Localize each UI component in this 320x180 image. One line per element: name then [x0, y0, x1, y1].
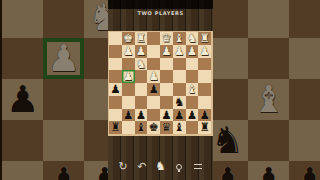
square-a5[interactable]: [198, 83, 211, 96]
chess-board[interactable]: ♚♜♛♝♞♜♟♟♟♟♟♟♞♟♟♟♟♝♞♟♟♟♟♟♟♜♝♚♛♝♜: [108, 31, 213, 136]
white-bishop: ♝: [174, 32, 184, 45]
square-h8[interactable]: ♜: [109, 121, 122, 134]
white-king: ♚: [123, 32, 133, 45]
square-c3[interactable]: [173, 58, 186, 71]
black-rook: ♜: [199, 121, 209, 134]
white-pawn: ♟: [136, 45, 146, 58]
square-e5[interactable]: ♟: [147, 83, 160, 96]
square-g4[interactable]: ♟: [122, 70, 135, 83]
white-pawn: ♟: [174, 45, 184, 58]
square-a2[interactable]: ♟: [198, 45, 211, 58]
square-f1[interactable]: ♜: [135, 32, 148, 45]
page-title: TWO PLAYERS: [137, 10, 183, 16]
phone-screen: TWO PLAYERS ♚♜♛♝♞♜♟♟♟♟♟♟♞♟♟♟♟♝♞♟♟♟♟♟♟♜♝♚…: [108, 0, 213, 180]
white-knight: ♞: [136, 58, 146, 71]
square-g5[interactable]: [122, 83, 135, 96]
square-c8[interactable]: ♝: [173, 121, 186, 134]
restart-button[interactable]: ↻: [116, 159, 130, 174]
restart-icon: ↻: [118, 159, 127, 174]
lightbulb-icon: [176, 164, 182, 170]
square-g2[interactable]: ♟: [122, 45, 135, 58]
square-f2[interactable]: ♟: [135, 45, 148, 58]
square-d4[interactable]: [160, 70, 173, 83]
square-e2[interactable]: [147, 45, 160, 58]
white-knight: ♞: [187, 32, 197, 45]
square-h6[interactable]: [109, 96, 122, 109]
square-c5[interactable]: [173, 83, 186, 96]
square-f8[interactable]: ♝: [135, 121, 148, 134]
square-d8[interactable]: ♛: [160, 121, 173, 134]
square-b7[interactable]: ♟: [186, 109, 199, 122]
black-pawn: ♟: [187, 109, 197, 122]
bottom-toolbar: ↻ ↶ ♞: [108, 159, 213, 174]
piece-button[interactable]: ♞: [154, 159, 168, 174]
white-queen: ♛: [161, 32, 171, 45]
undo-button[interactable]: ↶: [135, 159, 149, 174]
menu-button[interactable]: [191, 159, 205, 174]
square-d3[interactable]: [160, 58, 173, 71]
square-h3[interactable]: [109, 58, 122, 71]
black-knight: ♞: [174, 96, 184, 109]
hint-button[interactable]: [172, 159, 186, 174]
knight-piece-icon: ♞: [155, 159, 166, 174]
square-d2[interactable]: ♟: [160, 45, 173, 58]
square-h1[interactable]: [109, 32, 122, 45]
app-screen: ♞♟♟♟♟♝♞♟♟♟♟♟♟ TWO PLAYERS ♚♜♛♝♞♜♟♟♟♟♟♟♞♟…: [0, 0, 320, 180]
square-g1[interactable]: ♚: [122, 32, 135, 45]
square-f3[interactable]: ♞: [135, 58, 148, 71]
square-d5[interactable]: [160, 83, 173, 96]
square-e8[interactable]: ♚: [147, 121, 160, 134]
black-queen: ♛: [161, 121, 171, 134]
black-pawn: ♟: [123, 109, 133, 122]
black-bishop: ♝: [136, 121, 146, 134]
black-bishop: ♝: [174, 121, 184, 134]
square-c6[interactable]: ♞: [173, 96, 186, 109]
square-h2[interactable]: [109, 45, 122, 58]
white-bishop: ♝: [187, 83, 197, 96]
square-d6[interactable]: [160, 96, 173, 109]
square-f6[interactable]: [135, 96, 148, 109]
white-pawn: ♟: [199, 45, 209, 58]
square-e1[interactable]: [147, 32, 160, 45]
square-b1[interactable]: ♞: [186, 32, 199, 45]
square-a8[interactable]: ♜: [198, 121, 211, 134]
square-f5[interactable]: [135, 83, 148, 96]
square-b3[interactable]: [186, 58, 199, 71]
square-b2[interactable]: ♟: [186, 45, 199, 58]
black-king: ♚: [148, 121, 158, 134]
white-rook: ♜: [136, 32, 146, 45]
square-a4[interactable]: [198, 70, 211, 83]
white-pawn: ♟: [123, 45, 133, 58]
square-a6[interactable]: [198, 96, 211, 109]
menu-icon: [194, 164, 202, 169]
square-d1[interactable]: ♛: [160, 32, 173, 45]
square-g7[interactable]: ♟: [122, 109, 135, 122]
square-b8[interactable]: [186, 121, 199, 134]
black-rook: ♜: [110, 121, 120, 134]
square-g6[interactable]: [122, 96, 135, 109]
top-bar: TWO PLAYERS: [108, 0, 213, 9]
black-pawn: ♟: [148, 83, 158, 96]
square-b5[interactable]: ♝: [186, 83, 199, 96]
undo-icon: ↶: [137, 159, 146, 174]
square-a3[interactable]: [198, 58, 211, 71]
white-pawn: ♟: [123, 70, 133, 83]
white-pawn: ♟: [161, 45, 171, 58]
black-pawn: ♟: [110, 83, 120, 96]
square-f4[interactable]: [135, 70, 148, 83]
square-g8[interactable]: [122, 121, 135, 134]
white-rook: ♜: [199, 32, 209, 45]
square-a1[interactable]: ♜: [198, 32, 211, 45]
square-c4[interactable]: [173, 70, 186, 83]
square-c2[interactable]: ♟: [173, 45, 186, 58]
square-c1[interactable]: ♝: [173, 32, 186, 45]
square-b6[interactable]: [186, 96, 199, 109]
white-pawn: ♟: [187, 45, 197, 58]
square-h5[interactable]: ♟: [109, 83, 122, 96]
square-e6[interactable]: [147, 96, 160, 109]
